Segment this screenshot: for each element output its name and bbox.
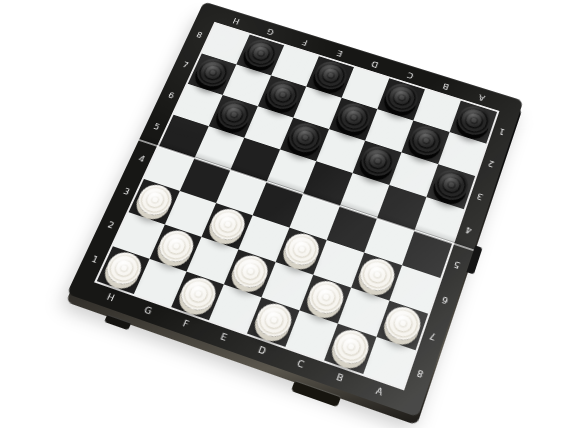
checkers-board: HGFEDCBA HGFEDCBA 87654321 12345678 <box>67 2 524 418</box>
photo-background: { "game": "checkers", "scene": "Overhead… <box>0 0 570 428</box>
checkers-board-photo: HGFEDCBA HGFEDCBA 87654321 12345678 <box>125 16 481 372</box>
hinge-tab <box>104 314 131 330</box>
